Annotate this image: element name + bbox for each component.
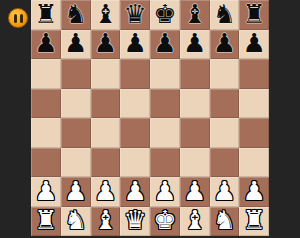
piece-black-bishop[interactable]: ♝ bbox=[94, 1, 117, 27]
square-b7[interactable]: ♟ bbox=[61, 30, 91, 60]
piece-black-bishop[interactable]: ♝ bbox=[183, 1, 206, 27]
piece-black-knight[interactable]: ♞ bbox=[64, 1, 87, 27]
square-a1[interactable]: ♜ bbox=[31, 207, 61, 237]
square-f8[interactable]: ♝ bbox=[180, 0, 210, 30]
square-b6[interactable] bbox=[61, 59, 91, 89]
piece-white-pawn[interactable]: ♟ bbox=[213, 178, 236, 204]
square-h6[interactable] bbox=[239, 59, 269, 89]
square-h4[interactable] bbox=[239, 118, 269, 148]
piece-black-pawn[interactable]: ♟ bbox=[213, 30, 236, 56]
square-e7[interactable]: ♟ bbox=[150, 30, 180, 60]
square-e4[interactable] bbox=[150, 118, 180, 148]
piece-black-pawn[interactable]: ♟ bbox=[153, 30, 176, 56]
square-e1[interactable]: ♚ bbox=[150, 207, 180, 237]
square-d1[interactable]: ♛ bbox=[120, 207, 150, 237]
square-g1[interactable]: ♞ bbox=[210, 207, 240, 237]
piece-black-pawn[interactable]: ♟ bbox=[183, 30, 206, 56]
piece-black-queen[interactable]: ♛ bbox=[123, 1, 146, 27]
piece-white-pawn[interactable]: ♟ bbox=[123, 178, 146, 204]
chess-board: ♜♞♝♛♚♝♞♜♟♟♟♟♟♟♟♟♟♟♟♟♟♟♟♟♜♞♝♛♚♝♞♜ bbox=[31, 0, 269, 236]
piece-white-pawn[interactable]: ♟ bbox=[183, 178, 206, 204]
square-f3[interactable] bbox=[180, 148, 210, 178]
piece-white-queen[interactable]: ♛ bbox=[123, 207, 146, 233]
piece-white-pawn[interactable]: ♟ bbox=[94, 178, 117, 204]
square-f7[interactable]: ♟ bbox=[180, 30, 210, 60]
square-e5[interactable] bbox=[150, 89, 180, 119]
square-d5[interactable] bbox=[120, 89, 150, 119]
square-c8[interactable]: ♝ bbox=[91, 0, 121, 30]
piece-black-pawn[interactable]: ♟ bbox=[34, 30, 57, 56]
square-b3[interactable] bbox=[61, 148, 91, 178]
square-e8[interactable]: ♚ bbox=[150, 0, 180, 30]
piece-black-rook[interactable]: ♜ bbox=[242, 1, 265, 27]
square-b8[interactable]: ♞ bbox=[61, 0, 91, 30]
square-f4[interactable] bbox=[180, 118, 210, 148]
square-h5[interactable] bbox=[239, 89, 269, 119]
square-d7[interactable]: ♟ bbox=[120, 30, 150, 60]
square-a7[interactable]: ♟ bbox=[31, 30, 61, 60]
square-h2[interactable]: ♟ bbox=[239, 177, 269, 207]
pause-button[interactable] bbox=[8, 8, 28, 28]
square-c2[interactable]: ♟ bbox=[91, 177, 121, 207]
square-e6[interactable] bbox=[150, 59, 180, 89]
square-f2[interactable]: ♟ bbox=[180, 177, 210, 207]
square-a6[interactable] bbox=[31, 59, 61, 89]
piece-white-rook[interactable]: ♜ bbox=[242, 207, 265, 233]
square-g5[interactable] bbox=[210, 89, 240, 119]
square-g4[interactable] bbox=[210, 118, 240, 148]
piece-white-knight[interactable]: ♞ bbox=[64, 207, 87, 233]
piece-black-pawn[interactable]: ♟ bbox=[242, 30, 265, 56]
pause-icon bbox=[20, 14, 23, 23]
square-d6[interactable] bbox=[120, 59, 150, 89]
square-a3[interactable] bbox=[31, 148, 61, 178]
square-d2[interactable]: ♟ bbox=[120, 177, 150, 207]
piece-white-knight[interactable]: ♞ bbox=[213, 207, 236, 233]
square-h8[interactable]: ♜ bbox=[239, 0, 269, 30]
piece-white-rook[interactable]: ♜ bbox=[34, 207, 57, 233]
square-c7[interactable]: ♟ bbox=[91, 30, 121, 60]
square-a5[interactable] bbox=[31, 89, 61, 119]
square-g8[interactable]: ♞ bbox=[210, 0, 240, 30]
piece-white-pawn[interactable]: ♟ bbox=[153, 178, 176, 204]
square-b1[interactable]: ♞ bbox=[61, 207, 91, 237]
piece-white-king[interactable]: ♚ bbox=[153, 207, 176, 233]
square-b2[interactable]: ♟ bbox=[61, 177, 91, 207]
square-h7[interactable]: ♟ bbox=[239, 30, 269, 60]
square-c6[interactable] bbox=[91, 59, 121, 89]
square-d4[interactable] bbox=[120, 118, 150, 148]
square-a2[interactable]: ♟ bbox=[31, 177, 61, 207]
square-c3[interactable] bbox=[91, 148, 121, 178]
square-a8[interactable]: ♜ bbox=[31, 0, 61, 30]
square-g7[interactable]: ♟ bbox=[210, 30, 240, 60]
piece-black-pawn[interactable]: ♟ bbox=[123, 30, 146, 56]
square-g2[interactable]: ♟ bbox=[210, 177, 240, 207]
square-h3[interactable] bbox=[239, 148, 269, 178]
piece-black-pawn[interactable]: ♟ bbox=[64, 30, 87, 56]
square-h1[interactable]: ♜ bbox=[239, 207, 269, 237]
piece-black-rook[interactable]: ♜ bbox=[34, 1, 57, 27]
piece-white-pawn[interactable]: ♟ bbox=[34, 178, 57, 204]
square-e3[interactable] bbox=[150, 148, 180, 178]
square-b5[interactable] bbox=[61, 89, 91, 119]
piece-white-bishop[interactable]: ♝ bbox=[94, 207, 117, 233]
piece-black-knight[interactable]: ♞ bbox=[213, 1, 236, 27]
square-d8[interactable]: ♛ bbox=[120, 0, 150, 30]
square-c1[interactable]: ♝ bbox=[91, 207, 121, 237]
square-e2[interactable]: ♟ bbox=[150, 177, 180, 207]
piece-white-pawn[interactable]: ♟ bbox=[242, 178, 265, 204]
square-c4[interactable] bbox=[91, 118, 121, 148]
square-d3[interactable] bbox=[120, 148, 150, 178]
square-g3[interactable] bbox=[210, 148, 240, 178]
piece-white-bishop[interactable]: ♝ bbox=[183, 207, 206, 233]
square-a4[interactable] bbox=[31, 118, 61, 148]
square-f5[interactable] bbox=[180, 89, 210, 119]
piece-white-pawn[interactable]: ♟ bbox=[64, 178, 87, 204]
pause-icon bbox=[14, 14, 17, 23]
square-f1[interactable]: ♝ bbox=[180, 207, 210, 237]
square-c5[interactable] bbox=[91, 89, 121, 119]
piece-black-pawn[interactable]: ♟ bbox=[94, 30, 117, 56]
square-g6[interactable] bbox=[210, 59, 240, 89]
piece-black-king[interactable]: ♚ bbox=[153, 1, 176, 27]
square-b4[interactable] bbox=[61, 118, 91, 148]
square-f6[interactable] bbox=[180, 59, 210, 89]
